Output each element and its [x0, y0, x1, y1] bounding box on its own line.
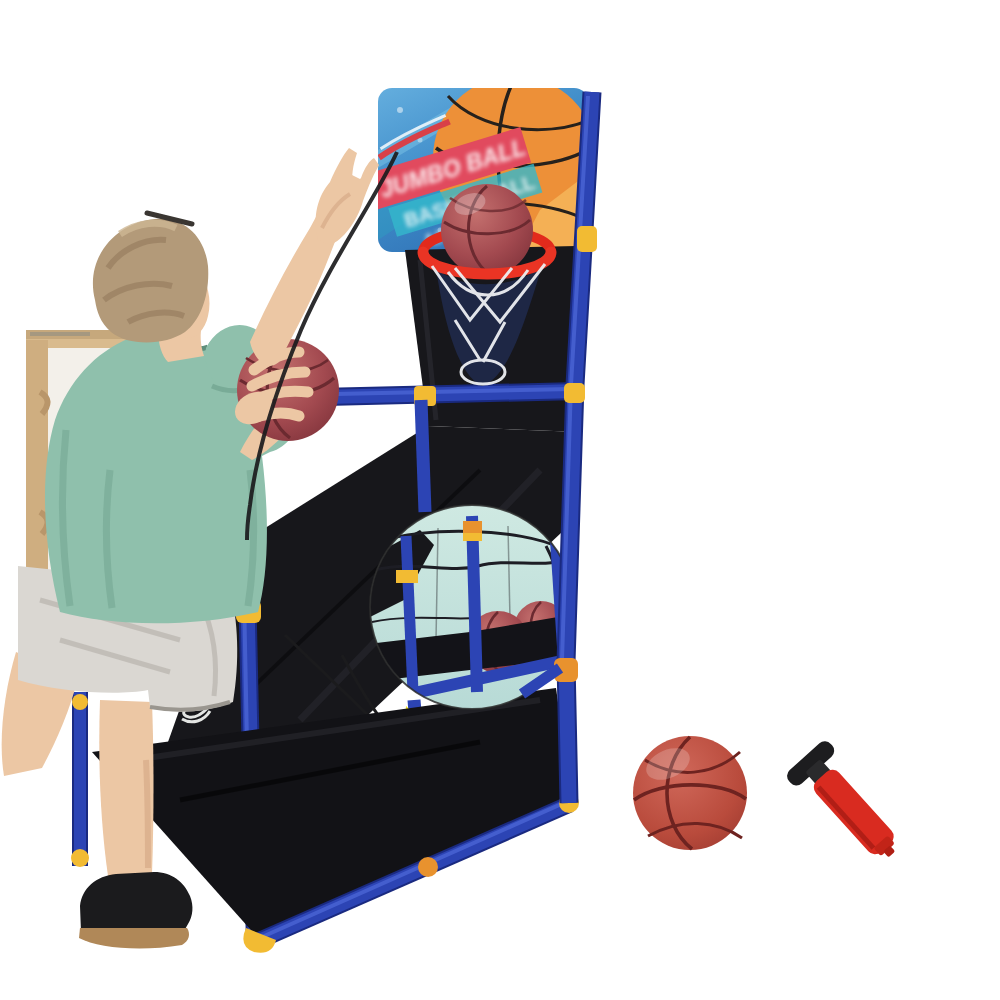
- product-photo-stage: JUMBO BALL BASKETBALL ARCADE: [0, 0, 1000, 1000]
- scene-svg: JUMBO BALL BASKETBALL ARCADE: [0, 0, 1000, 1000]
- inset-center-pipe: [472, 516, 477, 692]
- ball-on-rim: [441, 184, 533, 276]
- boy-shoe: [79, 872, 192, 949]
- shelf-top-mark: [30, 332, 90, 336]
- inset-left-pipe: [406, 536, 413, 692]
- connector: [72, 694, 88, 710]
- connector: [71, 849, 89, 867]
- inset-clip: [396, 570, 418, 583]
- ball: [441, 184, 533, 276]
- connector: [564, 383, 585, 403]
- inset-clip: [463, 533, 482, 541]
- inset-clip: [463, 521, 482, 533]
- tee-connector: [418, 857, 438, 877]
- pipe-upper: [421, 400, 425, 512]
- leg-shading: [146, 760, 148, 868]
- connector: [577, 226, 597, 252]
- floor-basketball: [633, 736, 747, 850]
- back-left-leg-pipe: [71, 692, 89, 867]
